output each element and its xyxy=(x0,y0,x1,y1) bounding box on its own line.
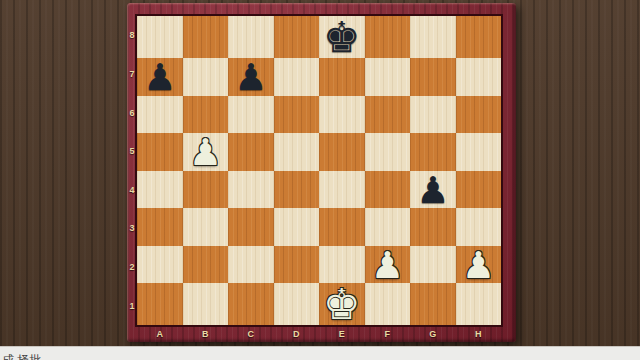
square-c7[interactable]: ♟ xyxy=(228,58,274,96)
square-b3[interactable] xyxy=(183,208,229,246)
square-a6[interactable] xyxy=(137,96,183,134)
square-h1[interactable] xyxy=(456,283,502,325)
white-pawn: ♟ xyxy=(371,247,404,284)
square-a4[interactable] xyxy=(137,171,183,209)
square-c5[interactable] xyxy=(228,133,274,171)
square-d7[interactable] xyxy=(274,58,320,96)
black-pawn: ♟ xyxy=(143,59,176,96)
square-d5[interactable] xyxy=(274,133,320,171)
square-b8[interactable] xyxy=(183,16,229,58)
file-label-h: H xyxy=(456,325,502,342)
rank-label-4: 4 xyxy=(127,171,137,210)
square-d6[interactable] xyxy=(274,96,320,134)
square-h6[interactable] xyxy=(456,96,502,134)
file-label-b: B xyxy=(183,325,229,342)
white-pawn: ♟ xyxy=(189,134,222,171)
rank-label-8: 8 xyxy=(127,16,137,55)
caption-bar: 成 择批 xyxy=(0,346,640,360)
square-c1[interactable] xyxy=(228,283,274,325)
square-f2[interactable]: ♟ xyxy=(365,246,411,284)
square-f8[interactable] xyxy=(365,16,411,58)
square-h7[interactable] xyxy=(456,58,502,96)
square-c8[interactable] xyxy=(228,16,274,58)
square-a8[interactable] xyxy=(137,16,183,58)
rank-label-7: 7 xyxy=(127,55,137,94)
square-c6[interactable] xyxy=(228,96,274,134)
square-h2[interactable]: ♟ xyxy=(456,246,502,284)
black-king: ♚ xyxy=(323,17,361,59)
square-c3[interactable] xyxy=(228,208,274,246)
file-labels: ABCDEFGH xyxy=(137,325,501,342)
square-a2[interactable] xyxy=(137,246,183,284)
square-g7[interactable] xyxy=(410,58,456,96)
rank-label-5: 5 xyxy=(127,132,137,171)
black-pawn: ♟ xyxy=(416,172,449,209)
rank-labels: 87654321 xyxy=(127,16,137,325)
square-b1[interactable] xyxy=(183,283,229,325)
square-b2[interactable] xyxy=(183,246,229,284)
square-h4[interactable] xyxy=(456,171,502,209)
square-e4[interactable] xyxy=(319,171,365,209)
square-g1[interactable] xyxy=(410,283,456,325)
square-d8[interactable] xyxy=(274,16,320,58)
square-e3[interactable] xyxy=(319,208,365,246)
square-g5[interactable] xyxy=(410,133,456,171)
square-a1[interactable] xyxy=(137,283,183,325)
square-e8[interactable]: ♚ xyxy=(319,16,365,58)
square-a7[interactable]: ♟ xyxy=(137,58,183,96)
square-g3[interactable] xyxy=(410,208,456,246)
file-label-g: G xyxy=(410,325,456,342)
square-b7[interactable] xyxy=(183,58,229,96)
file-label-f: F xyxy=(365,325,411,342)
square-f1[interactable] xyxy=(365,283,411,325)
square-h5[interactable] xyxy=(456,133,502,171)
square-d2[interactable] xyxy=(274,246,320,284)
rank-label-3: 3 xyxy=(127,209,137,248)
square-f6[interactable] xyxy=(365,96,411,134)
black-pawn: ♟ xyxy=(234,59,267,96)
square-f3[interactable] xyxy=(365,208,411,246)
square-h3[interactable] xyxy=(456,208,502,246)
square-f4[interactable] xyxy=(365,171,411,209)
square-a3[interactable] xyxy=(137,208,183,246)
file-label-d: D xyxy=(274,325,320,342)
rank-label-2: 2 xyxy=(127,248,137,287)
chess-board: 87654321 ABCDEFGH ♚♟♟♟♟♟♟♚ xyxy=(127,3,516,342)
file-label-c: C xyxy=(228,325,274,342)
square-e7[interactable] xyxy=(319,58,365,96)
white-king: ♚ xyxy=(323,284,361,326)
square-g4[interactable]: ♟ xyxy=(410,171,456,209)
square-a5[interactable] xyxy=(137,133,183,171)
square-d1[interactable] xyxy=(274,283,320,325)
square-g6[interactable] xyxy=(410,96,456,134)
square-d3[interactable] xyxy=(274,208,320,246)
square-g8[interactable] xyxy=(410,16,456,58)
white-pawn: ♟ xyxy=(462,247,495,284)
square-c4[interactable] xyxy=(228,171,274,209)
square-h8[interactable] xyxy=(456,16,502,58)
square-g2[interactable] xyxy=(410,246,456,284)
square-b5[interactable]: ♟ xyxy=(183,133,229,171)
square-e1[interactable]: ♚ xyxy=(319,283,365,325)
rank-label-1: 1 xyxy=(127,286,137,325)
square-b4[interactable] xyxy=(183,171,229,209)
square-e6[interactable] xyxy=(319,96,365,134)
square-c2[interactable] xyxy=(228,246,274,284)
rank-label-6: 6 xyxy=(127,93,137,132)
file-label-a: A xyxy=(137,325,183,342)
board-grid: ♚♟♟♟♟♟♟♚ xyxy=(137,16,501,325)
square-e5[interactable] xyxy=(319,133,365,171)
square-d4[interactable] xyxy=(274,171,320,209)
square-e2[interactable] xyxy=(319,246,365,284)
video-frame: { "game": "chess", "position": { "fen": … xyxy=(0,0,640,360)
caption-text: 成 择批 xyxy=(2,353,41,360)
square-b6[interactable] xyxy=(183,96,229,134)
square-f5[interactable] xyxy=(365,133,411,171)
square-f7[interactable] xyxy=(365,58,411,96)
